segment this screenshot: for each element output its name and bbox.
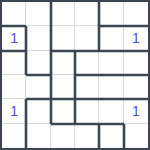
cell-r0c2[interactable] <box>51 2 75 26</box>
cell-r3c4[interactable] <box>99 75 123 99</box>
cell-r5c1[interactable] <box>26 124 50 148</box>
cell-r3c0[interactable] <box>2 75 26 99</box>
cell-r4c1[interactable] <box>26 99 50 123</box>
cell-r1c2[interactable] <box>51 26 75 50</box>
cell-r0c4[interactable] <box>99 2 123 26</box>
entered-digit: 1 <box>10 31 18 45</box>
cell-r1c5[interactable]: 1 <box>124 26 148 50</box>
cell-r5c3[interactable] <box>75 124 99 148</box>
cell-r1c4[interactable] <box>99 26 123 50</box>
cell-r4c2[interactable] <box>51 99 75 123</box>
cell-r2c0[interactable] <box>2 51 26 75</box>
cell-r1c0[interactable]: 1 <box>2 26 26 50</box>
entered-digit: 1 <box>132 31 140 45</box>
cell-r2c1[interactable] <box>26 51 50 75</box>
cell-r4c0[interactable]: 1 <box>2 99 26 123</box>
cell-r0c3[interactable] <box>75 2 99 26</box>
cell-r2c3[interactable] <box>75 51 99 75</box>
cell-r1c1[interactable] <box>26 26 50 50</box>
cell-r2c2[interactable] <box>51 51 75 75</box>
cell-r3c5[interactable] <box>124 75 148 99</box>
cell-r4c4[interactable] <box>99 99 123 123</box>
cell-r3c2[interactable] <box>51 75 75 99</box>
cell-r4c5[interactable]: 1 <box>124 99 148 123</box>
cell-r1c3[interactable] <box>75 26 99 50</box>
cell-r5c4[interactable] <box>99 124 123 148</box>
cell-r2c4[interactable] <box>99 51 123 75</box>
cell-r5c2[interactable] <box>51 124 75 148</box>
cell-r0c0[interactable] <box>2 2 26 26</box>
entered-digit: 1 <box>132 104 140 118</box>
cell-r5c0[interactable] <box>2 124 26 148</box>
cell-r0c1[interactable] <box>26 2 50 26</box>
cell-r2c5[interactable] <box>124 51 148 75</box>
puzzle-board: 1111 <box>0 0 150 150</box>
cell-r5c5[interactable] <box>124 124 148 148</box>
cell-r4c3[interactable] <box>75 99 99 123</box>
entered-digit: 1 <box>10 104 18 118</box>
cell-r3c1[interactable] <box>26 75 50 99</box>
cell-r3c3[interactable] <box>75 75 99 99</box>
cell-r0c5[interactable] <box>124 2 148 26</box>
